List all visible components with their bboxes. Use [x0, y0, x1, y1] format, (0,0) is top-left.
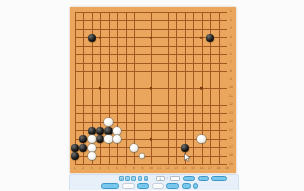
coord-label-right: 7 — [230, 62, 232, 65]
move-total-box[interactable] — [170, 176, 180, 181]
toolbar-button-r1-1[interactable]: · · — [183, 176, 195, 181]
toolbar-button-r2-4[interactable]: · · — [152, 183, 164, 188]
toolbar-button-r1-2[interactable]: · · — [198, 176, 209, 181]
coord-label-right: 17 — [229, 146, 233, 149]
toolbar-button-r2-1[interactable]: · · · — [101, 183, 119, 188]
toolbar-nav-stop[interactable]: · — [131, 176, 136, 181]
toolbar-nav-last[interactable]: » — [144, 176, 149, 181]
coord-label-right: 3 — [230, 28, 232, 31]
coord-label-right: 14 — [229, 121, 233, 124]
coord-label-right: 13 — [229, 112, 233, 115]
coord-label-right: 19 — [229, 163, 233, 166]
coord-label-bottom: 14 — [182, 167, 186, 170]
move-counter-slash: / — [167, 176, 168, 181]
coord-label-bottom: 3 — [90, 167, 92, 170]
coord-label-right: 8 — [230, 70, 232, 73]
coord-label-bottom: 2 — [82, 167, 84, 170]
toolbar-button-r2-2[interactable]: · · — [122, 183, 135, 188]
coord-label-bottom: 10 — [149, 167, 153, 170]
coord-label-right: 12 — [229, 104, 233, 107]
toolbar-nav-prev[interactable]: ‹ — [125, 176, 130, 181]
toolbar: «‹·›»1/· ·· ·· · · · · ·· ·· ·· ·· ·· — [69, 174, 239, 191]
coord-label-right: 10 — [229, 87, 233, 90]
mouse-cursor-icon — [184, 147, 191, 166]
coord-label-right: 1 — [230, 11, 232, 14]
coord-label-bottom: 8 — [133, 167, 135, 170]
coord-label-bottom: 9 — [141, 167, 143, 170]
toolbar-button-r2-5[interactable]: · · — [166, 183, 179, 188]
coord-label-right: 15 — [229, 129, 233, 132]
coord-label-bottom: 16 — [199, 167, 203, 170]
app-screen: { "game": "go", "app": {"kind": "go-clie… — [0, 0, 304, 190]
coord-label-bottom: 15 — [191, 167, 195, 170]
coord-label-right: 18 — [229, 155, 233, 158]
coord-label-bottom: 18 — [216, 167, 220, 170]
go-board[interactable]: 1122334455667788991010111112121313141415… — [70, 7, 236, 173]
toolbar-button-r2-6[interactable]: · — [182, 183, 191, 188]
toolbar-nav-next[interactable]: › — [138, 176, 143, 181]
toolbar-row-2: · · ·· ·· ·· ·· ·· — [70, 183, 238, 189]
coord-label-right: 16 — [229, 138, 233, 141]
coord-label-bottom: 19 — [225, 167, 229, 170]
toolbar-button-r2-3[interactable]: · · — [137, 183, 149, 188]
toolbar-button-r2-7[interactable] — [193, 183, 198, 188]
coord-label-bottom: 5 — [107, 167, 109, 170]
coord-label-right: 4 — [230, 36, 232, 39]
coord-label-right: 2 — [230, 19, 232, 22]
coord-label-bottom: 11 — [157, 167, 161, 170]
coord-label-right: 6 — [230, 53, 232, 56]
coord-label-bottom: 17 — [208, 167, 212, 170]
coord-label-right: 5 — [230, 45, 232, 48]
coord-label-bottom: 12 — [166, 167, 170, 170]
coord-label-bottom: 6 — [116, 167, 118, 170]
move-number-input[interactable]: 1 — [156, 176, 165, 181]
toolbar-row-1: «‹·›»1/· ·· ·· · · — [70, 176, 238, 182]
toolbar-button-r1-3[interactable]: · · · — [211, 176, 227, 181]
coord-label-bottom: 13 — [174, 167, 178, 170]
coord-label-right: 9 — [230, 78, 232, 81]
coord-label-bottom: 7 — [124, 167, 126, 170]
coord-label-right: 11 — [229, 95, 233, 98]
coord-label-bottom: 4 — [99, 167, 101, 170]
toolbar-nav-first[interactable]: « — [119, 176, 124, 181]
coord-label-bottom: 1 — [74, 167, 76, 170]
